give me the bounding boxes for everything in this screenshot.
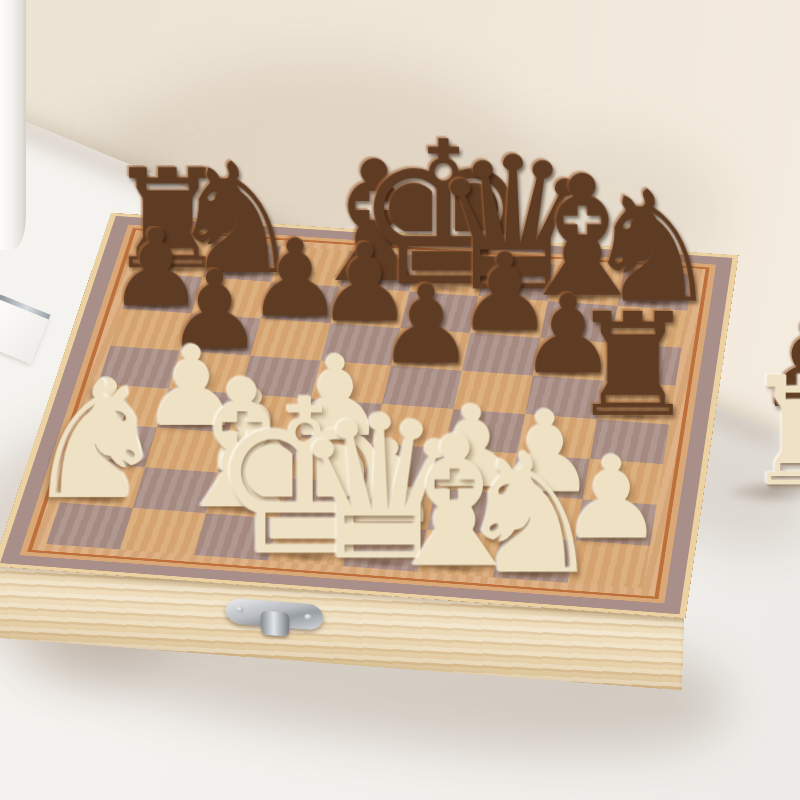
square-a1[interactable] [46, 502, 132, 549]
square-e6[interactable]: ♟ [391, 328, 470, 371]
square-a2[interactable]: ♞ [60, 462, 145, 508]
latch-knob [261, 611, 289, 637]
piece-white-knight-g1[interactable]: ♞ [455, 448, 604, 581]
latch-screw [236, 606, 243, 613]
piece-white-knight-a2[interactable]: ♞ [23, 376, 169, 506]
photo-scene: ♜♞♝♚♛♝♞♟♟♟♟♟♟♟♜♟♟♟♟♟♟♞♝♟♟♚♛♝♞ ♟♜ [0, 0, 800, 800]
offboard-piece-white-rook[interactable]: ♜ [742, 372, 800, 492]
latch-screw [305, 614, 312, 621]
square-g1[interactable]: ♞ [493, 535, 576, 583]
board-grid: ♜♞♝♚♛♝♞♟♟♟♟♟♟♟♜♟♟♟♟♟♟♞♝♟♟♚♛♝♞ [46, 237, 693, 589]
board-3d-scene: ♜♞♝♚♛♝♞♟♟♟♟♟♟♟♜♟♟♟♟♟♟♞♝♟♟♚♛♝♞ [0, 0, 800, 800]
board-top-surface: ♜♞♝♚♛♝♞♟♟♟♟♟♟♟♜♟♟♟♟♟♟♞♝♟♟♚♛♝♞ [0, 213, 739, 619]
latch [226, 591, 326, 641]
chess-board: ♜♞♝♚♛♝♞♟♟♟♟♟♟♟♜♟♟♟♟♟♟♞♝♟♟♚♛♝♞ [0, 213, 739, 619]
square-h5[interactable]: ♜ [597, 381, 675, 425]
